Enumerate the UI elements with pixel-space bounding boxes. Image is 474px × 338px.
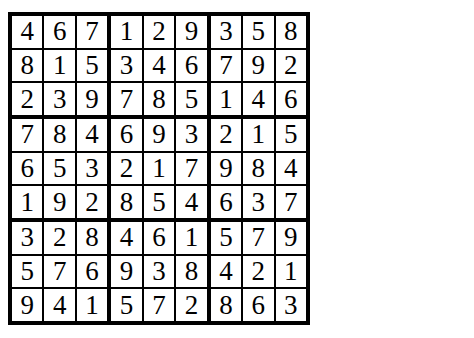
sudoku-cell-r9c5: 7 <box>144 289 174 321</box>
sudoku-cell-r8c4: 9 <box>111 256 141 288</box>
sudoku-cell-r7c3: 8 <box>77 222 107 254</box>
sudoku-cell-r3c2: 3 <box>44 83 74 115</box>
sudoku-cell-r3c6: 5 <box>176 83 206 115</box>
sudoku-cell-r9c6: 2 <box>176 289 206 321</box>
sudoku-cell-r2c7: 7 <box>211 50 241 82</box>
sudoku-cell-r5c8: 8 <box>243 153 273 185</box>
sudoku-cell-r7c7: 5 <box>211 222 241 254</box>
sudoku-cell-r1c5: 2 <box>144 16 174 48</box>
sudoku-cell-r6c9: 7 <box>276 186 306 218</box>
sudoku-cell-r5c9: 4 <box>276 153 306 185</box>
sudoku-cell-r8c2: 7 <box>44 256 74 288</box>
sudoku-cell-r3c4: 7 <box>111 83 141 115</box>
sudoku-cell-r1c3: 7 <box>77 16 107 48</box>
sudoku-cell-r7c6: 1 <box>176 222 206 254</box>
sudoku-cell-r8c1: 5 <box>12 256 42 288</box>
sudoku-box-7: 461938572 <box>111 222 206 321</box>
sudoku-cell-r3c5: 8 <box>144 83 174 115</box>
sudoku-cell-r7c8: 7 <box>243 222 273 254</box>
sudoku-cell-r8c8: 2 <box>243 256 273 288</box>
sudoku-cell-r5c5: 1 <box>144 153 174 185</box>
sudoku-cell-r5c6: 7 <box>176 153 206 185</box>
sudoku-cell-r8c9: 1 <box>276 256 306 288</box>
sudoku-cell-r2c1: 8 <box>12 50 42 82</box>
sudoku-cell-r9c8: 6 <box>243 289 273 321</box>
sudoku-cell-r3c9: 6 <box>276 83 306 115</box>
sudoku-cell-r5c3: 3 <box>77 153 107 185</box>
sudoku-box-8: 579421863 <box>211 222 306 321</box>
sudoku-cell-r2c6: 6 <box>176 50 206 82</box>
sudoku-box-6: 328576941 <box>12 222 107 321</box>
sudoku-cell-r2c3: 5 <box>77 50 107 82</box>
sudoku-cell-r9c4: 5 <box>111 289 141 321</box>
sudoku-cell-r3c1: 2 <box>12 83 42 115</box>
sudoku-cell-r3c3: 9 <box>77 83 107 115</box>
sudoku-cell-r4c9: 5 <box>276 119 306 151</box>
sudoku-cell-r8c6: 8 <box>176 256 206 288</box>
sudoku-cell-r1c9: 8 <box>276 16 306 48</box>
sudoku-cell-r4c1: 7 <box>12 119 42 151</box>
sudoku-board: 4678152391293467853587921467846531926932… <box>8 12 310 325</box>
sudoku-box-3: 784653192 <box>12 119 107 218</box>
sudoku-cell-r6c8: 3 <box>243 186 273 218</box>
sudoku-cell-r4c6: 3 <box>176 119 206 151</box>
sudoku-cell-r2c4: 3 <box>111 50 141 82</box>
sudoku-cell-r6c3: 2 <box>77 186 107 218</box>
sudoku-cell-r8c5: 3 <box>144 256 174 288</box>
sudoku-box-5: 215984637 <box>211 119 306 218</box>
sudoku-cell-r6c5: 5 <box>144 186 174 218</box>
sudoku-cell-r9c7: 8 <box>211 289 241 321</box>
sudoku-cell-r1c6: 9 <box>176 16 206 48</box>
sudoku-cell-r3c7: 1 <box>211 83 241 115</box>
sudoku-cell-r1c1: 4 <box>12 16 42 48</box>
sudoku-cell-r4c7: 2 <box>211 119 241 151</box>
sudoku-cell-r1c8: 5 <box>243 16 273 48</box>
sudoku-cell-r4c3: 4 <box>77 119 107 151</box>
sudoku-diagram: 4678152391293467853587921467846531926932… <box>0 0 474 338</box>
sudoku-cell-r2c8: 9 <box>243 50 273 82</box>
sudoku-cell-r9c1: 9 <box>12 289 42 321</box>
sudoku-cell-r7c4: 4 <box>111 222 141 254</box>
sudoku-cell-r4c5: 9 <box>144 119 174 151</box>
sudoku-cell-r8c3: 6 <box>77 256 107 288</box>
sudoku-cell-r7c9: 9 <box>276 222 306 254</box>
sudoku-cell-r7c5: 6 <box>144 222 174 254</box>
sudoku-cell-r7c2: 2 <box>44 222 74 254</box>
sudoku-cell-r4c2: 8 <box>44 119 74 151</box>
sudoku-cell-r8c7: 4 <box>211 256 241 288</box>
sudoku-cell-r2c2: 1 <box>44 50 74 82</box>
sudoku-cell-r1c4: 1 <box>111 16 141 48</box>
sudoku-cell-r2c9: 2 <box>276 50 306 82</box>
sudoku-cell-r6c4: 8 <box>111 186 141 218</box>
sudoku-cell-r5c1: 6 <box>12 153 42 185</box>
sudoku-cell-r9c9: 3 <box>276 289 306 321</box>
sudoku-cell-r5c2: 5 <box>44 153 74 185</box>
sudoku-cell-r5c4: 2 <box>111 153 141 185</box>
sudoku-cell-r1c7: 3 <box>211 16 241 48</box>
sudoku-box-2: 358792146 <box>211 16 306 115</box>
sudoku-cell-r4c8: 1 <box>243 119 273 151</box>
sudoku-cell-r5c7: 9 <box>211 153 241 185</box>
sudoku-cell-r9c3: 1 <box>77 289 107 321</box>
sudoku-cell-r4c4: 6 <box>111 119 141 151</box>
sudoku-cell-r6c7: 6 <box>211 186 241 218</box>
sudoku-cell-r6c6: 4 <box>176 186 206 218</box>
sudoku-box-4: 693217854 <box>111 119 206 218</box>
sudoku-cell-r6c1: 1 <box>12 186 42 218</box>
sudoku-cell-r3c8: 4 <box>243 83 273 115</box>
sudoku-cell-r2c5: 4 <box>144 50 174 82</box>
sudoku-box-1: 129346785 <box>111 16 206 115</box>
sudoku-box-0: 467815239 <box>12 16 107 115</box>
sudoku-cell-r6c2: 9 <box>44 186 74 218</box>
sudoku-cell-r1c2: 6 <box>44 16 74 48</box>
sudoku-cell-r9c2: 4 <box>44 289 74 321</box>
sudoku-cell-r7c1: 3 <box>12 222 42 254</box>
